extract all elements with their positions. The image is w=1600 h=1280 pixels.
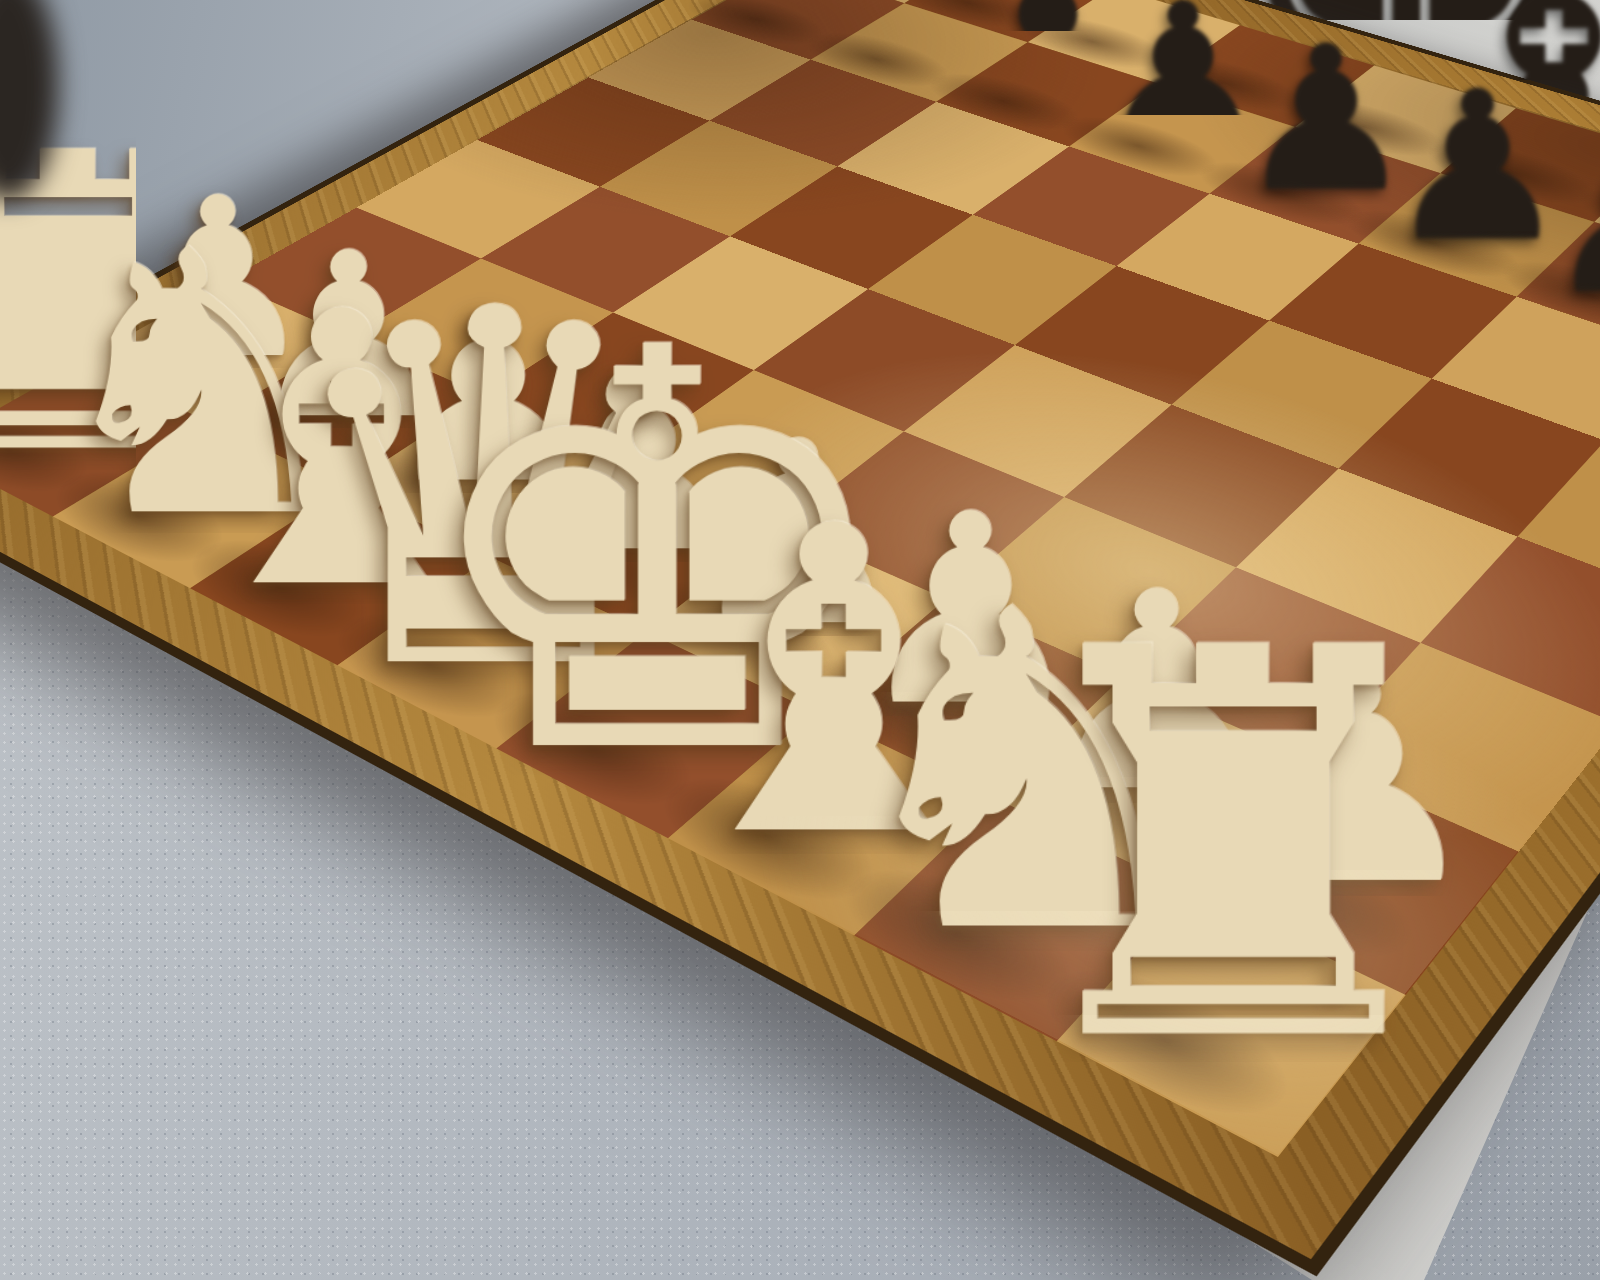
square-h1[interactable]: ♜ [1057, 893, 1406, 1157]
photo-antique-chess-set: { "game": "chess", "position": { "fen": … [0, 0, 1600, 1280]
